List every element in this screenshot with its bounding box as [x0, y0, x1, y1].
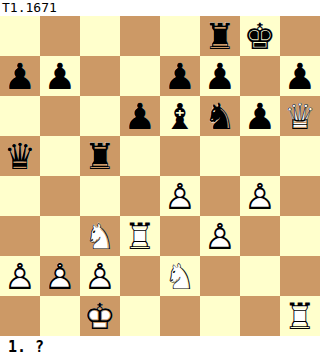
square-c7[interactable] — [80, 56, 120, 96]
square-f7[interactable]: ♙♟ — [200, 56, 240, 96]
square-f6[interactable]: ♘♞ — [200, 96, 240, 136]
square-b1[interactable] — [40, 296, 80, 336]
square-c2[interactable]: ♟♙ — [80, 256, 120, 296]
square-a3[interactable] — [0, 216, 40, 256]
square-d4[interactable] — [120, 176, 160, 216]
piece-black-pawn: ♙♟ — [160, 56, 200, 96]
piece-black-queen: ♕♛ — [0, 136, 40, 176]
square-c1[interactable]: ♚♔ — [80, 296, 120, 336]
square-a5[interactable]: ♕♛ — [0, 136, 40, 176]
square-b5[interactable] — [40, 136, 80, 176]
piece-white-pawn: ♟♙ — [0, 256, 40, 296]
piece-black-bishop: ♗♝ — [160, 96, 200, 136]
piece-white-knight: ♞♘ — [80, 216, 120, 256]
square-d2[interactable] — [120, 256, 160, 296]
piece-black-knight: ♘♞ — [200, 96, 240, 136]
square-f5[interactable] — [200, 136, 240, 176]
piece-black-rook: ♖♜ — [80, 136, 120, 176]
square-h7[interactable]: ♙♟ — [280, 56, 320, 96]
square-c4[interactable] — [80, 176, 120, 216]
square-a1[interactable] — [0, 296, 40, 336]
square-g1[interactable] — [240, 296, 280, 336]
piece-white-queen: ♛♕ — [280, 96, 320, 136]
square-c8[interactable] — [80, 16, 120, 56]
puzzle-title: T1.1671 — [0, 0, 320, 16]
piece-white-rook: ♜♖ — [120, 216, 160, 256]
square-c5[interactable]: ♖♜ — [80, 136, 120, 176]
square-g5[interactable] — [240, 136, 280, 176]
piece-black-pawn: ♙♟ — [0, 56, 40, 96]
piece-black-pawn: ♙♟ — [240, 96, 280, 136]
square-f3[interactable]: ♟♙ — [200, 216, 240, 256]
square-h3[interactable] — [280, 216, 320, 256]
square-a8[interactable] — [0, 16, 40, 56]
square-d8[interactable] — [120, 16, 160, 56]
piece-black-pawn: ♙♟ — [280, 56, 320, 96]
square-e6[interactable]: ♗♝ — [160, 96, 200, 136]
square-h6[interactable]: ♛♕ — [280, 96, 320, 136]
chess-board: ♖♜♔♚♙♟♙♟♙♟♙♟♙♟♙♟♗♝♘♞♙♟♛♕♕♛♖♜♟♙♟♙♞♘♜♖♟♙♟♙… — [0, 16, 320, 336]
square-h1[interactable]: ♜♖ — [280, 296, 320, 336]
square-h2[interactable] — [280, 256, 320, 296]
piece-white-pawn: ♟♙ — [200, 216, 240, 256]
square-d3[interactable]: ♜♖ — [120, 216, 160, 256]
square-h4[interactable] — [280, 176, 320, 216]
square-b8[interactable] — [40, 16, 80, 56]
square-h5[interactable] — [280, 136, 320, 176]
square-g7[interactable] — [240, 56, 280, 96]
square-e7[interactable]: ♙♟ — [160, 56, 200, 96]
square-b3[interactable] — [40, 216, 80, 256]
square-f1[interactable] — [200, 296, 240, 336]
piece-black-rook: ♖♜ — [200, 16, 240, 56]
square-e2[interactable]: ♞♘ — [160, 256, 200, 296]
piece-black-pawn: ♙♟ — [200, 56, 240, 96]
square-e5[interactable] — [160, 136, 200, 176]
piece-white-knight: ♞♘ — [160, 256, 200, 296]
square-e1[interactable] — [160, 296, 200, 336]
piece-white-pawn: ♟♙ — [40, 256, 80, 296]
move-prompt: 1. ? — [0, 336, 320, 360]
square-g8[interactable]: ♔♚ — [240, 16, 280, 56]
square-d1[interactable] — [120, 296, 160, 336]
piece-white-rook: ♜♖ — [280, 296, 320, 336]
square-c6[interactable] — [80, 96, 120, 136]
square-f2[interactable] — [200, 256, 240, 296]
piece-black-pawn: ♙♟ — [120, 96, 160, 136]
piece-white-pawn: ♟♙ — [160, 176, 200, 216]
square-a6[interactable] — [0, 96, 40, 136]
square-g4[interactable]: ♟♙ — [240, 176, 280, 216]
square-h8[interactable] — [280, 16, 320, 56]
piece-white-pawn: ♟♙ — [80, 256, 120, 296]
square-a4[interactable] — [0, 176, 40, 216]
square-b6[interactable] — [40, 96, 80, 136]
square-g6[interactable]: ♙♟ — [240, 96, 280, 136]
square-b2[interactable]: ♟♙ — [40, 256, 80, 296]
square-c3[interactable]: ♞♘ — [80, 216, 120, 256]
square-g2[interactable] — [240, 256, 280, 296]
square-a2[interactable]: ♟♙ — [0, 256, 40, 296]
square-b4[interactable] — [40, 176, 80, 216]
square-b7[interactable]: ♙♟ — [40, 56, 80, 96]
square-d6[interactable]: ♙♟ — [120, 96, 160, 136]
square-f4[interactable] — [200, 176, 240, 216]
square-e8[interactable] — [160, 16, 200, 56]
piece-white-king: ♚♔ — [80, 296, 120, 336]
piece-white-pawn: ♟♙ — [240, 176, 280, 216]
square-e3[interactable] — [160, 216, 200, 256]
square-a7[interactable]: ♙♟ — [0, 56, 40, 96]
square-d5[interactable] — [120, 136, 160, 176]
square-f8[interactable]: ♖♜ — [200, 16, 240, 56]
piece-black-pawn: ♙♟ — [40, 56, 80, 96]
square-d7[interactable] — [120, 56, 160, 96]
piece-black-king: ♔♚ — [240, 16, 280, 56]
square-g3[interactable] — [240, 216, 280, 256]
square-e4[interactable]: ♟♙ — [160, 176, 200, 216]
